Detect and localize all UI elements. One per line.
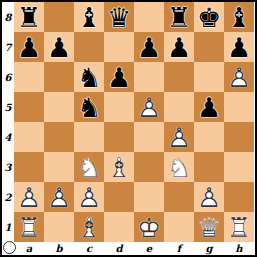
rank-label-2: 2	[2, 182, 14, 212]
file-label-c: c	[74, 242, 104, 255]
white-piece-outline: ♖	[224, 212, 254, 242]
square-a2[interactable]: ♟♙	[14, 182, 44, 212]
square-b2[interactable]: ♟♙	[44, 182, 74, 212]
square-g3[interactable]	[194, 152, 224, 182]
rank-label-1: 1	[2, 212, 14, 242]
square-h6[interactable]: ♟♙	[224, 62, 254, 92]
square-b6[interactable]	[44, 62, 74, 92]
black-rook-icon[interactable]: ♜	[164, 2, 194, 32]
square-a4[interactable]	[14, 122, 44, 152]
white-king-icon[interactable]: ♚♔	[134, 212, 164, 242]
square-b7[interactable]: ♟	[44, 32, 74, 62]
square-c7[interactable]	[74, 32, 104, 62]
square-d4[interactable]	[104, 122, 134, 152]
white-pawn-icon[interactable]: ♟♙	[164, 122, 194, 152]
black-knight-icon[interactable]: ♞	[74, 62, 104, 92]
square-a1[interactable]: ♜♖	[14, 212, 44, 242]
square-g2[interactable]: ♟♙	[194, 182, 224, 212]
square-d1[interactable]	[104, 212, 134, 242]
white-piece-outline: ♘	[164, 152, 194, 182]
square-e2[interactable]	[134, 182, 164, 212]
white-bishop-icon[interactable]: ♝♗	[74, 212, 104, 242]
white-pawn-icon[interactable]: ♟♙	[134, 92, 164, 122]
square-a7[interactable]: ♟	[14, 32, 44, 62]
black-rook-icon[interactable]: ♜	[14, 2, 44, 32]
white-pawn-icon[interactable]: ♟♙	[74, 182, 104, 212]
square-g4[interactable]	[194, 122, 224, 152]
square-b5[interactable]	[44, 92, 74, 122]
black-pawn-icon[interactable]: ♟	[224, 32, 254, 62]
square-e7[interactable]: ♟	[134, 32, 164, 62]
rank-label-8: 8	[2, 2, 14, 32]
black-pawn-icon[interactable]: ♟	[134, 32, 164, 62]
square-g8[interactable]: ♚	[194, 2, 224, 32]
white-to-move-indicator	[3, 241, 16, 254]
black-pawn-icon[interactable]: ♟	[14, 32, 44, 62]
white-queen-icon[interactable]: ♛♕	[194, 212, 224, 242]
file-label-f: f	[164, 242, 194, 255]
white-knight-icon[interactable]: ♞♘	[74, 152, 104, 182]
square-h8[interactable]: ♝	[224, 2, 254, 32]
white-piece-outline: ♗	[74, 212, 104, 242]
rank-labels: 87654321	[2, 2, 14, 242]
square-a3[interactable]	[14, 152, 44, 182]
file-labels: abcdefgh	[14, 242, 254, 255]
black-pawn-icon[interactable]: ♟	[44, 32, 74, 62]
square-g1[interactable]: ♛♕	[194, 212, 224, 242]
square-h7[interactable]: ♟	[224, 32, 254, 62]
white-piece-outline: ♙	[14, 182, 44, 212]
black-bishop-icon[interactable]: ♝	[74, 2, 104, 32]
white-pawn-icon[interactable]: ♟♙	[44, 182, 74, 212]
square-h5[interactable]	[224, 92, 254, 122]
white-piece-outline: ♙	[164, 122, 194, 152]
rank-label-3: 3	[2, 152, 14, 182]
white-pawn-icon[interactable]: ♟♙	[224, 62, 254, 92]
square-d2[interactable]	[104, 182, 134, 212]
square-b4[interactable]	[44, 122, 74, 152]
white-pawn-icon[interactable]: ♟♙	[14, 182, 44, 212]
square-e5[interactable]: ♟♙	[134, 92, 164, 122]
white-rook-icon[interactable]: ♜♖	[224, 212, 254, 242]
square-c6[interactable]: ♞	[74, 62, 104, 92]
black-pawn-icon[interactable]: ♟	[104, 62, 134, 92]
chess-diagram: 87654321 ♜♝♛♜♚♝♟♟♟♟♟♞♟♟♙♞♟♙♟♟♙♞♘♝♗♞♘♟♙♟♙…	[0, 0, 257, 257]
white-knight-icon[interactable]: ♞♘	[164, 152, 194, 182]
square-d5[interactable]	[104, 92, 134, 122]
square-h4[interactable]	[224, 122, 254, 152]
black-king-icon[interactable]: ♚	[194, 2, 224, 32]
square-f1[interactable]	[164, 212, 194, 242]
file-label-b: b	[44, 242, 74, 255]
rank-label-7: 7	[2, 32, 14, 62]
square-d6[interactable]: ♟	[104, 62, 134, 92]
white-bishop-icon[interactable]: ♝♗	[104, 152, 134, 182]
file-label-d: d	[104, 242, 134, 255]
square-e1[interactable]: ♚♔	[134, 212, 164, 242]
black-queen-icon[interactable]: ♛	[104, 2, 134, 32]
square-a5[interactable]	[14, 92, 44, 122]
square-f2[interactable]	[164, 182, 194, 212]
white-piece-outline: ♙	[194, 182, 224, 212]
white-piece-outline: ♔	[134, 212, 164, 242]
square-c5[interactable]: ♞	[74, 92, 104, 122]
black-pawn-icon[interactable]: ♟	[194, 92, 224, 122]
white-pawn-icon[interactable]: ♟♙	[194, 182, 224, 212]
file-label-g: g	[194, 242, 224, 255]
white-piece-outline: ♙	[224, 62, 254, 92]
rank-label-6: 6	[2, 62, 14, 92]
square-f5[interactable]	[164, 92, 194, 122]
square-d7[interactable]	[104, 32, 134, 62]
square-a8[interactable]: ♜	[14, 2, 44, 32]
square-g7[interactable]	[194, 32, 224, 62]
white-piece-outline: ♘	[74, 152, 104, 182]
square-c3[interactable]: ♞♘	[74, 152, 104, 182]
square-e6[interactable]	[134, 62, 164, 92]
square-f7[interactable]: ♟	[164, 32, 194, 62]
square-a6[interactable]	[14, 62, 44, 92]
square-f3[interactable]: ♞♘	[164, 152, 194, 182]
square-b1[interactable]	[44, 212, 74, 242]
square-b8[interactable]	[44, 2, 74, 32]
file-label-a: a	[14, 242, 44, 255]
black-bishop-icon[interactable]: ♝	[224, 2, 254, 32]
black-knight-icon[interactable]: ♞	[74, 92, 104, 122]
square-c4[interactable]	[74, 122, 104, 152]
white-piece-outline: ♗	[104, 152, 134, 182]
rank-label-5: 5	[2, 92, 14, 122]
square-e8[interactable]	[134, 2, 164, 32]
square-d3[interactable]: ♝♗	[104, 152, 134, 182]
square-h3[interactable]	[224, 152, 254, 182]
file-label-e: e	[134, 242, 164, 255]
square-f8[interactable]: ♜	[164, 2, 194, 32]
square-b3[interactable]	[44, 152, 74, 182]
square-f6[interactable]	[164, 62, 194, 92]
square-h2[interactable]	[224, 182, 254, 212]
square-c1[interactable]: ♝♗	[74, 212, 104, 242]
square-g6[interactable]	[194, 62, 224, 92]
square-g5[interactable]: ♟	[194, 92, 224, 122]
square-d8[interactable]: ♛	[104, 2, 134, 32]
white-piece-outline: ♕	[194, 212, 224, 242]
file-label-h: h	[224, 242, 254, 255]
white-piece-outline: ♙	[134, 92, 164, 122]
square-e4[interactable]	[134, 122, 164, 152]
square-h1[interactable]: ♜♖	[224, 212, 254, 242]
white-rook-icon[interactable]: ♜♖	[14, 212, 44, 242]
board: ♜♝♛♜♚♝♟♟♟♟♟♞♟♟♙♞♟♙♟♟♙♞♘♝♗♞♘♟♙♟♙♟♙♟♙♜♖♝♗♚…	[14, 2, 254, 242]
square-e3[interactable]	[134, 152, 164, 182]
rank-label-4: 4	[2, 122, 14, 152]
white-piece-outline: ♙	[44, 182, 74, 212]
white-piece-outline: ♙	[74, 182, 104, 212]
square-c2[interactable]: ♟♙	[74, 182, 104, 212]
white-piece-outline: ♖	[14, 212, 44, 242]
square-f4[interactable]: ♟♙	[164, 122, 194, 152]
black-pawn-icon[interactable]: ♟	[164, 32, 194, 62]
square-c8[interactable]: ♝	[74, 2, 104, 32]
